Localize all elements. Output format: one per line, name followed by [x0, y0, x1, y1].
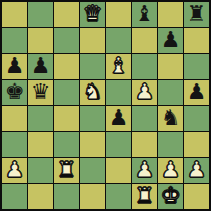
square-b8[interactable] — [28, 2, 53, 27]
piece-white-rook: ♜ — [135, 184, 155, 208]
square-h7[interactable] — [184, 28, 209, 53]
square-h3[interactable] — [184, 132, 209, 157]
piece-white-pawn: ♟ — [187, 158, 207, 182]
square-e4[interactable]: ♟ — [106, 106, 131, 131]
square-e5[interactable] — [106, 80, 131, 105]
piece-black-king: ♚ — [5, 80, 25, 104]
chess-board: ♛♝♜♟♟♟♝♚♛♞♟♟♟♞♟♜♟♟♟♜♚ — [0, 0, 211, 211]
square-h5[interactable]: ♟ — [184, 80, 209, 105]
square-e8[interactable] — [106, 2, 131, 27]
square-d6[interactable] — [80, 54, 105, 79]
piece-white-pawn: ♟ — [135, 158, 155, 182]
square-c5[interactable] — [54, 80, 79, 105]
square-g2[interactable]: ♟ — [158, 158, 183, 183]
square-d3[interactable] — [80, 132, 105, 157]
square-f7[interactable] — [132, 28, 157, 53]
square-d1[interactable] — [80, 184, 105, 209]
square-a7[interactable] — [2, 28, 27, 53]
piece-white-queen: ♛ — [83, 2, 103, 26]
square-g6[interactable] — [158, 54, 183, 79]
square-h8[interactable]: ♜ — [184, 2, 209, 27]
square-f5[interactable]: ♟ — [132, 80, 157, 105]
square-d5[interactable]: ♞ — [80, 80, 105, 105]
square-f8[interactable]: ♝ — [132, 2, 157, 27]
piece-black-pawn: ♟ — [109, 106, 129, 130]
square-f3[interactable] — [132, 132, 157, 157]
square-g5[interactable] — [158, 80, 183, 105]
square-a4[interactable] — [2, 106, 27, 131]
square-a3[interactable] — [2, 132, 27, 157]
square-f4[interactable] — [132, 106, 157, 131]
square-a1[interactable] — [2, 184, 27, 209]
piece-white-knight: ♞ — [83, 80, 103, 104]
square-c4[interactable] — [54, 106, 79, 131]
square-e7[interactable] — [106, 28, 131, 53]
square-a2[interactable]: ♟ — [2, 158, 27, 183]
piece-black-bishop: ♝ — [135, 2, 155, 26]
square-d7[interactable] — [80, 28, 105, 53]
piece-white-pawn: ♟ — [161, 158, 181, 182]
square-g8[interactable] — [158, 2, 183, 27]
square-c2[interactable]: ♜ — [54, 158, 79, 183]
square-f2[interactable]: ♟ — [132, 158, 157, 183]
square-e3[interactable] — [106, 132, 131, 157]
square-h2[interactable]: ♟ — [184, 158, 209, 183]
square-c7[interactable] — [54, 28, 79, 53]
square-c8[interactable] — [54, 2, 79, 27]
square-b3[interactable] — [28, 132, 53, 157]
square-f6[interactable] — [132, 54, 157, 79]
square-e1[interactable] — [106, 184, 131, 209]
square-c1[interactable] — [54, 184, 79, 209]
square-c6[interactable] — [54, 54, 79, 79]
piece-black-knight: ♞ — [161, 106, 181, 130]
square-b4[interactable] — [28, 106, 53, 131]
square-e2[interactable] — [106, 158, 131, 183]
piece-white-rook: ♜ — [57, 158, 77, 182]
square-b2[interactable] — [28, 158, 53, 183]
square-g7[interactable]: ♟ — [158, 28, 183, 53]
square-d4[interactable] — [80, 106, 105, 131]
square-h1[interactable] — [184, 184, 209, 209]
piece-white-king: ♚ — [161, 184, 181, 208]
piece-black-pawn: ♟ — [5, 54, 25, 78]
chess-board-grid: ♛♝♜♟♟♟♝♚♛♞♟♟♟♞♟♜♟♟♟♜♚ — [2, 2, 209, 209]
square-g3[interactable] — [158, 132, 183, 157]
square-a6[interactable]: ♟ — [2, 54, 27, 79]
square-b6[interactable]: ♟ — [28, 54, 53, 79]
square-b7[interactable] — [28, 28, 53, 53]
piece-black-queen: ♛ — [31, 80, 51, 104]
square-a5[interactable]: ♚ — [2, 80, 27, 105]
square-b1[interactable] — [28, 184, 53, 209]
square-h6[interactable] — [184, 54, 209, 79]
square-e6[interactable]: ♝ — [106, 54, 131, 79]
piece-black-pawn: ♟ — [187, 80, 207, 104]
piece-white-pawn: ♟ — [135, 80, 155, 104]
piece-white-pawn: ♟ — [5, 158, 25, 182]
square-f1[interactable]: ♜ — [132, 184, 157, 209]
square-d8[interactable]: ♛ — [80, 2, 105, 27]
square-b5[interactable]: ♛ — [28, 80, 53, 105]
square-d2[interactable] — [80, 158, 105, 183]
piece-black-rook: ♜ — [187, 2, 207, 26]
piece-white-bishop: ♝ — [109, 54, 129, 78]
square-g4[interactable]: ♞ — [158, 106, 183, 131]
square-h4[interactable] — [184, 106, 209, 131]
square-a8[interactable] — [2, 2, 27, 27]
piece-black-pawn: ♟ — [161, 28, 181, 52]
square-g1[interactable]: ♚ — [158, 184, 183, 209]
square-c3[interactable] — [54, 132, 79, 157]
piece-black-pawn: ♟ — [31, 54, 51, 78]
